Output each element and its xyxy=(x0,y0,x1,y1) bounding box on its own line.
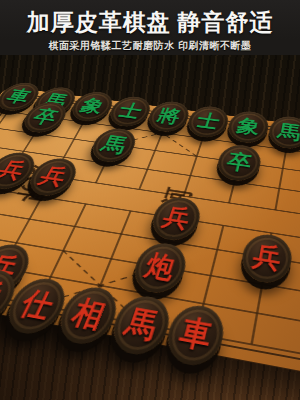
board: 汉界 楚河 車馬象士將士象馬卒馬卒兵兵兵兵炮兵兵仕相馬車 xyxy=(0,87,300,378)
piece-glyph: 兵 xyxy=(31,157,74,197)
banner-subtitle: 棋面采用铬鞣工艺耐磨防水 印刷清晰不断墨 xyxy=(0,39,300,53)
piece-glyph: 馬 xyxy=(95,127,133,163)
piece-green: 將 xyxy=(144,99,193,134)
piece-red: 車 xyxy=(161,302,228,370)
piece-glyph: 兵 xyxy=(156,196,195,242)
piece-glyph: 馬 xyxy=(275,115,300,149)
piece-glyph: 車 xyxy=(173,304,218,368)
piece-green: 士 xyxy=(184,104,232,139)
piece-glyph: 相 xyxy=(62,285,113,346)
piece-glyph: 炮 xyxy=(138,242,181,295)
piece-red: 兵 xyxy=(238,231,295,286)
piece-red: 炮 xyxy=(128,240,192,296)
piece-green: 卒 xyxy=(214,143,264,184)
piece-glyph: 將 xyxy=(152,100,185,132)
piece-glyph: 象 xyxy=(233,110,263,144)
piece-glyph: 車 xyxy=(0,82,38,112)
piece-glyph: 象 xyxy=(74,91,110,122)
page: 加厚皮革棋盘 静音舒适 棋面采用铬鞣工艺耐磨防水 印刷清晰不断墨 汉界 楚河 車… xyxy=(0,0,300,400)
piece-green: 象 xyxy=(225,109,272,145)
piece-glyph: 卒 xyxy=(25,101,64,133)
piece-green: 馬 xyxy=(266,114,300,151)
wood-table-photo: 汉界 楚河 車馬象士將士象馬卒馬卒兵兵兵兵炮兵兵仕相馬車 xyxy=(0,55,300,400)
piece-glyph: 士 xyxy=(113,96,148,128)
piece-glyph: 仕 xyxy=(9,277,63,336)
piece-glyph: 卒 xyxy=(223,144,255,182)
banner-title: 加厚皮革棋盘 静音舒适 xyxy=(0,11,300,35)
banner: 加厚皮革棋盘 静音舒适 棋面采用铬鞣工艺耐磨防水 印刷清晰不断墨 xyxy=(0,0,300,56)
piece-glyph: 士 xyxy=(192,105,224,138)
piece-glyph: 兵 xyxy=(249,233,285,285)
piece-red: 馬 xyxy=(105,293,175,359)
piece-glyph: 兵 xyxy=(0,151,34,190)
piece-red: 兵 xyxy=(147,195,205,244)
piece-green: 馬 xyxy=(86,126,141,164)
piece-glyph: 馬 xyxy=(117,294,165,356)
